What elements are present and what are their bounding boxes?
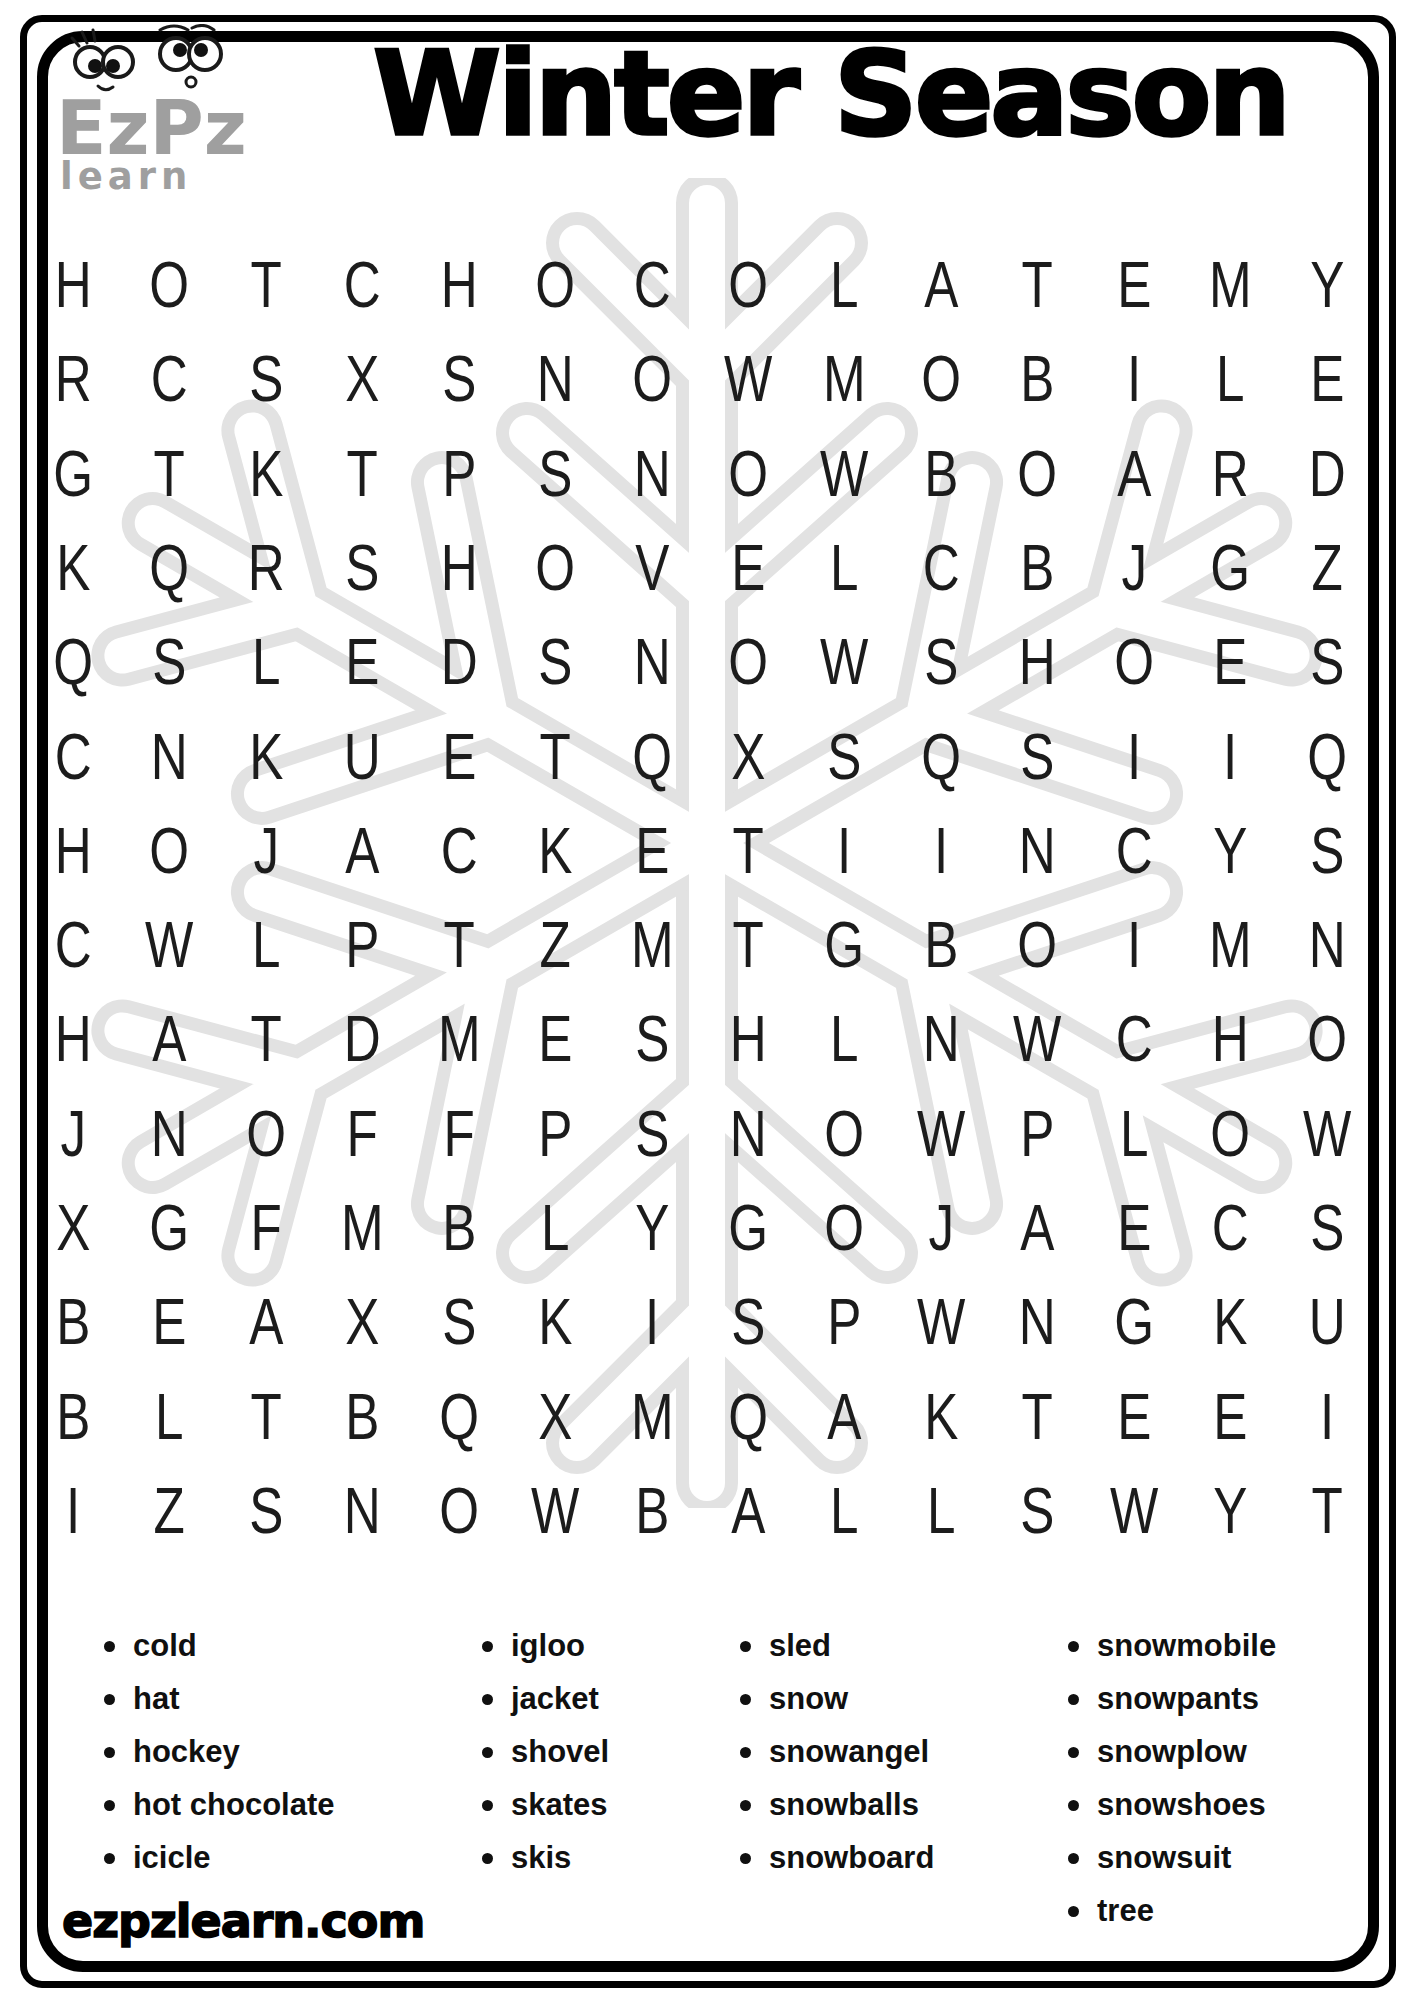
bullet-icon (1068, 1906, 1079, 1917)
grid-cell[interactable]: O (131, 238, 208, 332)
grid-cell[interactable]: O (710, 615, 787, 709)
grid-cell[interactable]: H (35, 238, 112, 332)
grid-cell[interactable]: T (1288, 1464, 1365, 1558)
grid-cell[interactable]: A (1095, 427, 1172, 521)
grid-cell[interactable]: U (1288, 1275, 1365, 1369)
grid-cell[interactable]: J (35, 1087, 112, 1181)
grid-cell[interactable]: O (710, 427, 787, 521)
grid-cell[interactable]: M (806, 332, 883, 426)
word-label: snow (769, 1681, 848, 1717)
grid-cell[interactable]: C (420, 804, 497, 898)
grid-cell[interactable]: Q (1288, 709, 1365, 803)
grid-cell[interactable]: C (902, 521, 979, 615)
word-label: snowshoes (1097, 1787, 1266, 1823)
grid-cell[interactable]: I (35, 1464, 112, 1558)
word-search-grid: HOTCHOCOLATEMYRCSXSNOWMOBILEGTKTPSNOWBOA… (25, 238, 1375, 1558)
grid-cell[interactable]: C (1192, 1181, 1269, 1275)
grid-cell[interactable]: L (806, 1464, 883, 1558)
grid-cell[interactable]: O (806, 1087, 883, 1181)
bullet-icon (1068, 1747, 1079, 1758)
grid-cell[interactable]: K (227, 427, 304, 521)
grid-cell[interactable]: I (1095, 898, 1172, 992)
grid-cell[interactable]: E (1192, 615, 1269, 709)
grid-cell[interactable]: X (35, 1181, 112, 1275)
word-label: tree (1097, 1893, 1154, 1929)
grid-cell[interactable]: E (1192, 1369, 1269, 1463)
grid-cell[interactable]: A (710, 1464, 787, 1558)
grid-cell[interactable]: E (420, 709, 497, 803)
grid-cell[interactable]: L (806, 521, 883, 615)
grid-cell[interactable]: S (999, 1464, 1076, 1558)
bullet-icon (482, 1853, 493, 1864)
grid-cell[interactable]: E (517, 992, 594, 1086)
grid-cell[interactable]: G (131, 1181, 208, 1275)
grid-cell[interactable]: Q (613, 709, 690, 803)
grid-cell[interactable]: G (1095, 1275, 1172, 1369)
grid-cell[interactable]: E (613, 804, 690, 898)
grid-cell[interactable]: N (902, 992, 979, 1086)
word-list-item: snowplow (1068, 1736, 1276, 1768)
grid-cell[interactable]: H (710, 992, 787, 1086)
grid-cell[interactable]: O (902, 332, 979, 426)
grid-cell[interactable]: O (806, 1181, 883, 1275)
grid-cell[interactable]: B (999, 521, 1076, 615)
grid-cell[interactable]: K (902, 1369, 979, 1463)
grid-cell[interactable]: S (902, 615, 979, 709)
word-list-item: hot chocolate (104, 1789, 335, 1821)
grid-cell[interactable]: O (710, 238, 787, 332)
grid-cell[interactable]: R (227, 521, 304, 615)
grid-cell[interactable]: E (1095, 1181, 1172, 1275)
grid-cell[interactable]: I (1095, 332, 1172, 426)
bullet-icon (1068, 1800, 1079, 1811)
grid-cell[interactable]: K (1192, 1275, 1269, 1369)
grid-cell[interactable]: K (517, 1275, 594, 1369)
word-label: skis (511, 1840, 571, 1876)
grid-cell[interactable]: A (324, 804, 401, 898)
grid-cell[interactable]: L (517, 1181, 594, 1275)
grid-cell[interactable]: Q (710, 1369, 787, 1463)
grid-cell[interactable]: B (902, 898, 979, 992)
word-list-item: cold (104, 1630, 335, 1662)
grid-cell[interactable]: W (1095, 1464, 1172, 1558)
grid-cell[interactable]: O (1192, 1087, 1269, 1181)
word-label: hat (133, 1681, 180, 1717)
grid-cell[interactable]: T (710, 804, 787, 898)
grid-cell[interactable]: P (999, 1087, 1076, 1181)
grid-cell[interactable]: I (1192, 709, 1269, 803)
word-label: snowballs (769, 1787, 919, 1823)
grid-cell[interactable]: P (806, 1275, 883, 1369)
grid-cell[interactable]: R (1192, 427, 1269, 521)
grid-cell[interactable]: X (517, 1369, 594, 1463)
grid-cell[interactable]: Q (131, 521, 208, 615)
grid-cell[interactable]: W (1288, 1087, 1365, 1181)
grid-cell[interactable]: G (35, 427, 112, 521)
grid-cell[interactable]: E (131, 1275, 208, 1369)
word-list-item: igloo (482, 1630, 609, 1662)
grid-cell[interactable]: O (613, 332, 690, 426)
grid-cell[interactable]: N (131, 709, 208, 803)
grid-cell[interactable]: C (613, 238, 690, 332)
word-list-column: coldhathockeyhot chocolateicicle (104, 1630, 335, 1895)
grid-cell[interactable]: L (1192, 332, 1269, 426)
word-label: snowplow (1097, 1734, 1247, 1770)
word-list-item: snowballs (740, 1789, 934, 1821)
word-list-column: igloojacketshovelskatesskis (482, 1630, 609, 1895)
word-list-item: skates (482, 1789, 609, 1821)
worksheet-page: EzPz learn Winter Season (0, 0, 1414, 2000)
grid-cell[interactable]: O (1288, 992, 1365, 1086)
grid-cell[interactable]: O (420, 1464, 497, 1558)
grid-cell[interactable]: K (517, 804, 594, 898)
grid-cell[interactable]: S (806, 709, 883, 803)
bullet-icon (1068, 1853, 1079, 1864)
grid-cell[interactable]: W (902, 1087, 979, 1181)
grid-cell[interactable]: N (324, 1464, 401, 1558)
grid-cell[interactable]: B (613, 1464, 690, 1558)
grid-cell[interactable]: S (517, 615, 594, 709)
word-list-column: sledsnowsnowangelsnowballssnowboard (740, 1630, 934, 1895)
bullet-icon (740, 1800, 751, 1811)
grid-cell[interactable]: M (324, 1181, 401, 1275)
grid-cell[interactable]: H (35, 804, 112, 898)
word-label: hot chocolate (133, 1787, 335, 1823)
grid-cell[interactable]: G (1192, 521, 1269, 615)
grid-cell[interactable]: M (1192, 238, 1269, 332)
word-label: snowboard (769, 1840, 934, 1876)
grid-cell[interactable]: C (35, 898, 112, 992)
word-label: snowsuit (1097, 1840, 1231, 1876)
grid-cell[interactable]: G (710, 1181, 787, 1275)
grid-cell[interactable]: Z (1288, 521, 1365, 615)
grid-cell[interactable]: X (710, 709, 787, 803)
grid-cell[interactable]: M (613, 898, 690, 992)
word-list-item: snowangel (740, 1736, 934, 1768)
grid-cell[interactable]: A (227, 1275, 304, 1369)
grid-cell[interactable]: M (420, 992, 497, 1086)
grid-cell[interactable]: Z (131, 1464, 208, 1558)
grid-cell[interactable]: H (35, 992, 112, 1086)
bullet-icon (482, 1641, 493, 1652)
grid-cell[interactable]: O (1095, 615, 1172, 709)
word-list-item: icicle (104, 1842, 335, 1874)
grid-cell[interactable]: C (1095, 804, 1172, 898)
word-list-item: sled (740, 1630, 934, 1662)
word-label: icicle (133, 1840, 211, 1876)
grid-cell[interactable]: E (710, 521, 787, 615)
bullet-icon (740, 1694, 751, 1705)
word-list-item: snowshoes (1068, 1789, 1276, 1821)
grid-cell[interactable]: Z (517, 898, 594, 992)
grid-cell[interactable]: W (710, 332, 787, 426)
puzzle-title: Winter Season (295, 18, 1366, 170)
googly-eyes-icon (72, 25, 221, 89)
grid-cell[interactable]: L (806, 238, 883, 332)
grid-cell[interactable]: T (131, 427, 208, 521)
grid-cell[interactable]: J (227, 804, 304, 898)
word-label: skates (511, 1787, 608, 1823)
grid-cell[interactable]: L (131, 1369, 208, 1463)
grid-cell[interactable]: Q (902, 709, 979, 803)
grid-cell[interactable]: P (517, 1087, 594, 1181)
grid-cell[interactable]: J (1095, 521, 1172, 615)
grid-cell[interactable]: D (420, 615, 497, 709)
grid-cell[interactable]: S (710, 1275, 787, 1369)
grid-cell[interactable]: A (806, 1369, 883, 1463)
grid-cell[interactable]: B (35, 1275, 112, 1369)
grid-cell[interactable]: S (1288, 615, 1365, 709)
bullet-icon (104, 1747, 115, 1758)
word-list-item: skis (482, 1842, 609, 1874)
grid-cell[interactable]: S (131, 615, 208, 709)
grid-cell[interactable]: C (35, 709, 112, 803)
grid-cell[interactable]: X (324, 1275, 401, 1369)
grid-cell[interactable]: W (902, 1275, 979, 1369)
grid-cell[interactable]: M (613, 1369, 690, 1463)
grid-cell[interactable]: I (1095, 709, 1172, 803)
grid-cell[interactable]: E (1095, 1369, 1172, 1463)
grid-cell[interactable]: E (1288, 332, 1365, 426)
grid-cell[interactable]: B (324, 1369, 401, 1463)
grid-cell[interactable]: N (613, 615, 690, 709)
grid-cell[interactable]: U (324, 709, 401, 803)
grid-cell[interactable]: E (324, 615, 401, 709)
grid-cell[interactable]: O (131, 804, 208, 898)
word-list-column: snowmobilesnowpantssnowplowsnowshoessnow… (1068, 1630, 1276, 1948)
grid-cell[interactable]: V (613, 521, 690, 615)
grid-cell[interactable]: I (902, 804, 979, 898)
grid-cell[interactable]: O (999, 427, 1076, 521)
word-label: shovel (511, 1734, 609, 1770)
grid-cell[interactable]: H (420, 238, 497, 332)
word-list-item: jacket (482, 1683, 609, 1715)
grid-cell[interactable]: T (999, 238, 1076, 332)
grid-cell[interactable]: Y (613, 1181, 690, 1275)
grid-cell[interactable]: S (613, 992, 690, 1086)
grid-cell[interactable]: T (227, 992, 304, 1086)
grid-cell[interactable]: W (517, 1464, 594, 1558)
grid-cell[interactable]: X (324, 332, 401, 426)
word-list-item: hat (104, 1683, 335, 1715)
grid-cell[interactable]: F (227, 1181, 304, 1275)
grid-cell[interactable]: N (517, 332, 594, 426)
grid-cell[interactable]: S (324, 521, 401, 615)
grid-cell[interactable]: O (517, 521, 594, 615)
word-label: sled (769, 1628, 831, 1664)
grid-cell[interactable]: Y (1288, 238, 1365, 332)
bullet-icon (740, 1641, 751, 1652)
grid-cell[interactable]: H (1192, 992, 1269, 1086)
word-list-item: hockey (104, 1736, 335, 1768)
grid-cell[interactable]: L (902, 1464, 979, 1558)
grid-cell[interactable]: S (420, 332, 497, 426)
bullet-icon (740, 1747, 751, 1758)
word-list-item: tree (1068, 1895, 1276, 1927)
grid-cell[interactable]: P (324, 898, 401, 992)
grid-cell[interactable]: B (902, 427, 979, 521)
bullet-icon (1068, 1694, 1079, 1705)
grid-cell[interactable]: N (999, 1275, 1076, 1369)
grid-cell[interactable]: G (806, 898, 883, 992)
grid-cell[interactable]: O (227, 1087, 304, 1181)
bullet-icon (740, 1853, 751, 1864)
site-link[interactable]: ezpzlearn.com (62, 1894, 424, 1948)
word-list-item: snowsuit (1068, 1842, 1276, 1874)
grid-cell[interactable]: Q (35, 615, 112, 709)
grid-cell[interactable]: W (806, 615, 883, 709)
grid-cell[interactable]: I (1288, 1369, 1365, 1463)
bullet-icon (104, 1694, 115, 1705)
grid-cell[interactable]: I (613, 1275, 690, 1369)
word-label: cold (133, 1628, 197, 1664)
grid-cell[interactable]: N (710, 1087, 787, 1181)
grid-cell[interactable]: B (999, 332, 1076, 426)
grid-cell[interactable]: W (999, 992, 1076, 1086)
word-list-item: snowpants (1068, 1683, 1276, 1715)
grid-cell[interactable]: K (227, 709, 304, 803)
grid-cell[interactable]: T (324, 427, 401, 521)
grid-cell[interactable]: W (806, 427, 883, 521)
grid-cell[interactable]: K (35, 521, 112, 615)
grid-cell[interactable]: A (902, 238, 979, 332)
grid-cell[interactable]: B (35, 1369, 112, 1463)
grid-cell[interactable]: C (324, 238, 401, 332)
word-label: snowangel (769, 1734, 929, 1770)
grid-cell[interactable]: D (1288, 427, 1365, 521)
grid-cell[interactable]: C (1095, 992, 1172, 1086)
grid-cell[interactable]: S (227, 332, 304, 426)
grid-cell[interactable]: E (1095, 238, 1172, 332)
bullet-icon (104, 1641, 115, 1652)
grid-cell[interactable]: N (131, 1087, 208, 1181)
word-label: jacket (511, 1681, 599, 1717)
grid-cell[interactable]: T (517, 709, 594, 803)
grid-cell[interactable]: S (1288, 804, 1365, 898)
grid-cell[interactable]: P (420, 427, 497, 521)
grid-cell[interactable]: N (1288, 898, 1365, 992)
grid-cell[interactable]: N (999, 804, 1076, 898)
bullet-icon (1068, 1641, 1079, 1652)
word-label: snowpants (1097, 1681, 1259, 1717)
word-label: igloo (511, 1628, 585, 1664)
grid-cell[interactable]: S (999, 709, 1076, 803)
bullet-icon (104, 1800, 115, 1811)
grid-cell[interactable]: B (420, 1181, 497, 1275)
logo-sub-text: learn (60, 155, 192, 198)
word-list-item: snowboard (740, 1842, 934, 1874)
grid-cell[interactable]: O (999, 898, 1076, 992)
grid-cell[interactable]: S (1288, 1181, 1365, 1275)
grid-cell[interactable]: M (1192, 898, 1269, 992)
word-list-item: shovel (482, 1736, 609, 1768)
grid-cell[interactable]: Q (420, 1369, 497, 1463)
grid-cell[interactable]: D (324, 992, 401, 1086)
grid-cell[interactable]: S (227, 1464, 304, 1558)
grid-cell[interactable]: F (324, 1087, 401, 1181)
grid-cell[interactable]: L (227, 898, 304, 992)
bullet-icon (482, 1747, 493, 1758)
grid-cell[interactable]: C (131, 332, 208, 426)
bullet-icon (104, 1853, 115, 1864)
ezpz-learn-logo: EzPz learn (52, 24, 292, 199)
grid-cell[interactable]: T (999, 1369, 1076, 1463)
grid-cell[interactable]: H (420, 521, 497, 615)
grid-cell[interactable]: O (517, 238, 594, 332)
word-list-item: snowmobile (1068, 1630, 1276, 1662)
grid-cell[interactable]: A (999, 1181, 1076, 1275)
word-label: snowmobile (1097, 1628, 1276, 1664)
word-list-item: snow (740, 1683, 934, 1715)
grid-cell[interactable]: N (613, 427, 690, 521)
grid-cell[interactable]: L (227, 615, 304, 709)
word-label: hockey (133, 1734, 240, 1770)
grid-cell[interactable]: H (999, 615, 1076, 709)
grid-cell[interactable]: S (420, 1275, 497, 1369)
grid-cell[interactable]: I (806, 804, 883, 898)
grid-cell[interactable]: T (227, 238, 304, 332)
grid-cell[interactable]: L (1095, 1087, 1172, 1181)
grid-cell[interactable]: J (902, 1181, 979, 1275)
grid-cell[interactable]: A (131, 992, 208, 1086)
bullet-icon (482, 1800, 493, 1811)
grid-cell[interactable]: T (227, 1369, 304, 1463)
grid-cell[interactable]: F (420, 1087, 497, 1181)
grid-cell[interactable]: S (613, 1087, 690, 1181)
grid-cell[interactable]: Y (1192, 804, 1269, 898)
grid-cell[interactable]: R (35, 332, 112, 426)
grid-cell[interactable]: L (806, 992, 883, 1086)
grid-cell[interactable]: T (710, 898, 787, 992)
grid-cell[interactable]: T (420, 898, 497, 992)
grid-cell[interactable]: Y (1192, 1464, 1269, 1558)
grid-cell[interactable]: S (517, 427, 594, 521)
grid-cell[interactable]: W (131, 898, 208, 992)
bullet-icon (482, 1694, 493, 1705)
